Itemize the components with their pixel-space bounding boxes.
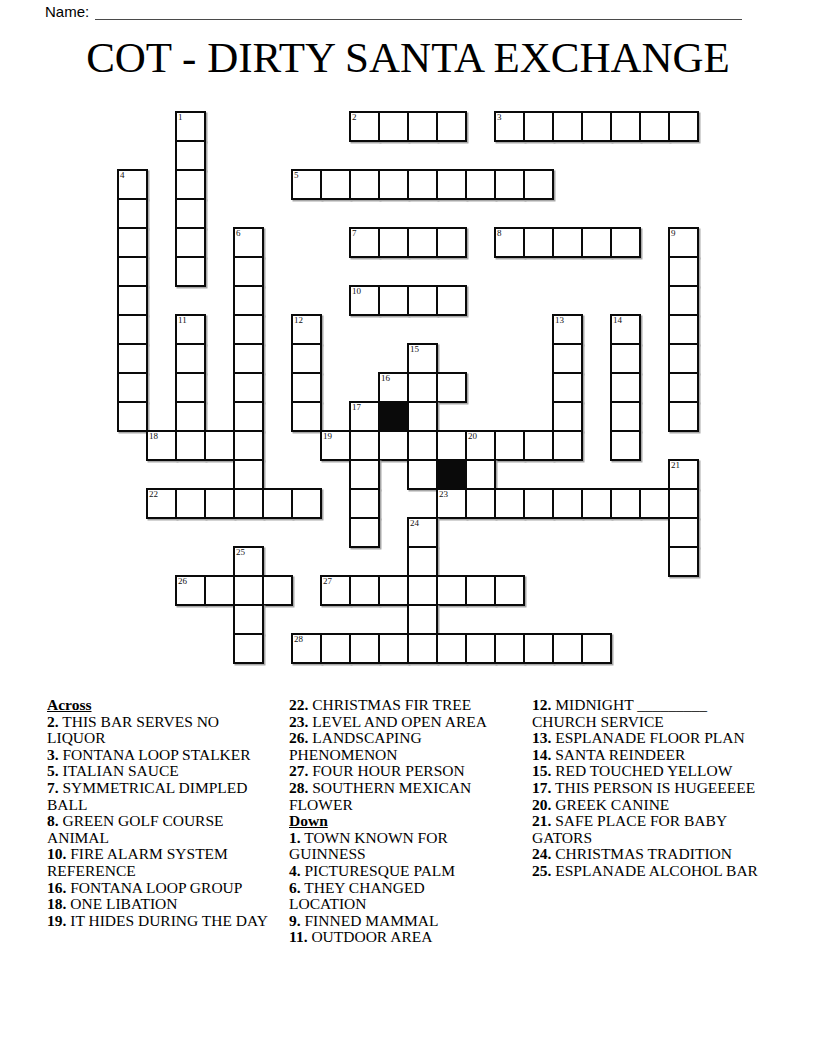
across-clue-10: 10. FIRE ALARM SYSTEM REFERENCE xyxy=(47,846,278,879)
grid-cell[interactable] xyxy=(349,575,380,606)
grid-cell[interactable] xyxy=(117,314,148,345)
grid-cell[interactable] xyxy=(494,169,525,200)
grid-cell[interactable]: 17 xyxy=(349,401,380,432)
grid-cell[interactable] xyxy=(233,488,264,519)
grid-cell[interactable]: 25 xyxy=(233,546,264,577)
grid-cell[interactable]: 11 xyxy=(175,314,206,345)
clue-number: 3 xyxy=(497,112,502,122)
name-row: Name: xyxy=(45,3,742,20)
grid-cell[interactable]: 7 xyxy=(349,227,380,258)
grid-cell[interactable] xyxy=(204,430,235,461)
grid-cell[interactable]: 5 xyxy=(291,169,322,200)
down-clue-21: 21. SAFE PLACE FOR BABY GATORS xyxy=(532,813,770,846)
grid-cell[interactable] xyxy=(668,111,699,142)
clue-number-label: 19. xyxy=(47,912,66,929)
clue-number: 10 xyxy=(352,286,361,296)
across-clue-22: 22. CHRISTMAS FIR TREE xyxy=(289,697,502,714)
grid-cell[interactable] xyxy=(175,372,206,403)
clue-number-label: 9. xyxy=(289,912,301,929)
grid-cell[interactable] xyxy=(668,517,699,548)
grid-cell[interactable] xyxy=(552,633,583,664)
grid-cell[interactable]: 20 xyxy=(465,430,496,461)
grid-cell[interactable] xyxy=(233,575,264,606)
grid-cell[interactable] xyxy=(494,430,525,461)
grid-cell[interactable] xyxy=(668,256,699,287)
clue-number: 23 xyxy=(439,489,448,499)
grid-cell[interactable] xyxy=(233,372,264,403)
grid-cell[interactable] xyxy=(465,633,496,664)
across-clue-27: 27. FOUR HOUR PERSON xyxy=(289,763,502,780)
across-heading: Across xyxy=(47,697,278,714)
grid-cell[interactable] xyxy=(552,343,583,374)
clue-number-label: 4. xyxy=(289,862,301,879)
grid-cell[interactable] xyxy=(436,227,467,258)
clue-number-label: 28. xyxy=(289,779,308,796)
grid-cell[interactable]: 6 xyxy=(233,227,264,258)
grid-cell[interactable]: 4 xyxy=(117,169,148,200)
grid-cell[interactable] xyxy=(378,227,409,258)
grid-cell[interactable]: 27 xyxy=(320,575,351,606)
grid-cell[interactable] xyxy=(117,285,148,316)
grid-cell[interactable] xyxy=(233,633,264,664)
grid-cell[interactable] xyxy=(233,343,264,374)
grid-cell[interactable] xyxy=(668,343,699,374)
grid-cell[interactable] xyxy=(436,633,467,664)
grid-cell[interactable] xyxy=(117,198,148,229)
grid-cell[interactable] xyxy=(233,285,264,316)
name-label: Name: xyxy=(45,3,89,20)
grid-cell[interactable] xyxy=(552,372,583,403)
grid-cell[interactable] xyxy=(523,227,554,258)
grid-cell[interactable] xyxy=(175,256,206,287)
across-clue-3: 3. FONTANA LOOP STALKER xyxy=(47,747,278,764)
clue-number: 4 xyxy=(120,170,125,180)
across-clue-18: 18. ONE LIBATION xyxy=(47,896,278,913)
clue-number-label: 26. xyxy=(289,729,308,746)
grid-cell[interactable] xyxy=(175,401,206,432)
clue-number-label: 6. xyxy=(289,879,301,896)
grid-cell[interactable] xyxy=(610,111,641,142)
clue-number: 13 xyxy=(555,315,564,325)
grid-cell[interactable] xyxy=(668,372,699,403)
clue-number-label: 14. xyxy=(532,746,551,763)
grid-cell[interactable] xyxy=(494,633,525,664)
grid-cell[interactable] xyxy=(610,343,641,374)
clue-number: 11 xyxy=(178,315,187,325)
down-clue-20: 20. GREEK CANINE xyxy=(532,797,770,814)
grid-cell[interactable] xyxy=(117,227,148,258)
grid-cell[interactable] xyxy=(668,488,699,519)
grid-cell[interactable] xyxy=(523,169,554,200)
grid-cell[interactable] xyxy=(349,459,380,490)
grid-cell[interactable] xyxy=(233,314,264,345)
grid-cell[interactable] xyxy=(378,633,409,664)
grid-cell[interactable] xyxy=(436,111,467,142)
clue-number: 19 xyxy=(323,431,332,441)
grid-cell[interactable] xyxy=(378,111,409,142)
across-clue-5: 5. ITALIAN SAUCE xyxy=(47,763,278,780)
grid-cell[interactable] xyxy=(407,633,438,664)
down-clue-17: 17. THIS PERSON IS HUGEEEEE xyxy=(532,780,770,797)
grid-cell[interactable] xyxy=(610,401,641,432)
grid-cell[interactable] xyxy=(204,488,235,519)
grid-cell[interactable] xyxy=(407,575,438,606)
grid-cell[interactable] xyxy=(407,111,438,142)
grid-cell[interactable] xyxy=(552,430,583,461)
grid-cell[interactable] xyxy=(465,575,496,606)
grid-cell[interactable] xyxy=(291,401,322,432)
grid-cell[interactable] xyxy=(581,488,612,519)
across-clue-19: 19. IT HIDES DURING THE DAY xyxy=(47,913,278,930)
grid-cell[interactable] xyxy=(465,459,496,490)
grid-cell[interactable] xyxy=(349,169,380,200)
across-clue-26: 26. LANDSCAPING PHENOMENON xyxy=(289,730,502,763)
grid-cell[interactable] xyxy=(204,575,235,606)
grid-cell[interactable] xyxy=(610,488,641,519)
grid-cell[interactable] xyxy=(262,575,293,606)
clue-number: 22 xyxy=(149,489,158,499)
clue-number: 17 xyxy=(352,402,361,412)
grid-cell[interactable] xyxy=(291,488,322,519)
grid-cell[interactable]: 10 xyxy=(349,285,380,316)
down-clue-14: 14. SANTA REINDEER xyxy=(532,747,770,764)
grid-cell[interactable] xyxy=(349,488,380,519)
down-clue-25: 25. ESPLANADE ALCOHOL BAR xyxy=(532,863,770,880)
grid-cell[interactable]: 14 xyxy=(610,314,641,345)
grid-cell[interactable] xyxy=(175,198,206,229)
grid-cell[interactable] xyxy=(349,633,380,664)
clue-number-label: 21. xyxy=(532,812,551,829)
grid-cell[interactable] xyxy=(233,401,264,432)
grid-cell[interactable] xyxy=(175,488,206,519)
grid-cell[interactable] xyxy=(407,372,438,403)
down-clue-1: 1. TOWN KNOWN FOR GUINNESS xyxy=(289,830,502,863)
grid-cell[interactable]: 23 xyxy=(436,488,467,519)
across-clue-16: 16. FONTANA LOOP GROUP xyxy=(47,880,278,897)
grid-cell[interactable] xyxy=(407,401,438,432)
clue-number-label: 11. xyxy=(289,928,308,945)
down-clue-15: 15. RED TOUCHED YELLOW xyxy=(532,763,770,780)
clue-number-label: 3. xyxy=(47,746,59,763)
grid-cell[interactable] xyxy=(233,604,264,635)
clue-number: 6 xyxy=(236,228,241,238)
grid-cell[interactable]: 8 xyxy=(494,227,525,258)
grid-cell[interactable] xyxy=(668,401,699,432)
grid-cell[interactable] xyxy=(291,343,322,374)
grid-cell[interactable] xyxy=(407,546,438,577)
grid-cell[interactable] xyxy=(262,488,293,519)
clue-number-label: 23. xyxy=(289,713,308,730)
grid-cell[interactable]: 3 xyxy=(494,111,525,142)
down-clue-9: 9. FINNED MAMMAL xyxy=(289,913,502,930)
grid-cell[interactable] xyxy=(668,285,699,316)
grid-cell[interactable] xyxy=(639,488,670,519)
grid-cell[interactable] xyxy=(523,111,554,142)
down-clue-4: 4. PICTURESQUE PALM xyxy=(289,863,502,880)
grid-cell[interactable] xyxy=(610,227,641,258)
down-clue-24: 24. CHRISTMAS TRADITION xyxy=(532,846,770,863)
clue-number: 24 xyxy=(410,518,419,528)
grid-cell[interactable] xyxy=(407,459,438,490)
grid-cell[interactable] xyxy=(407,169,438,200)
across-clue-23: 23. LEVEL AND OPEN AREA xyxy=(289,714,502,731)
grid-cell[interactable] xyxy=(320,169,351,200)
clue-number: 28 xyxy=(294,634,303,644)
clue-number: 14 xyxy=(613,315,622,325)
grid-cell[interactable]: 22 xyxy=(146,488,177,519)
grid-cell[interactable] xyxy=(465,169,496,200)
across-clue-8: 8. GREEN GOLF COURSE ANIMAL xyxy=(47,813,278,846)
grid-cell[interactable] xyxy=(436,285,467,316)
clue-number-label: 12. xyxy=(532,696,551,713)
clue-number-label: 16. xyxy=(47,879,66,896)
clue-number-label: 8. xyxy=(47,812,59,829)
grid-cell[interactable]: 13 xyxy=(552,314,583,345)
clue-number: 18 xyxy=(149,431,158,441)
grid-cell[interactable] xyxy=(465,488,496,519)
grid-cell[interactable] xyxy=(523,488,554,519)
grid-cell[interactable] xyxy=(436,372,467,403)
grid-cell[interactable] xyxy=(523,430,554,461)
grid-cell[interactable]: 18 xyxy=(146,430,177,461)
clue-column-2: 22. CHRISTMAS FIR TREE23. LEVEL AND OPEN… xyxy=(289,697,502,946)
clue-column-1: Across2. THIS BAR SERVES NO LIQUOR3. FON… xyxy=(47,697,278,929)
grid-cell[interactable] xyxy=(233,430,264,461)
clue-number-label: 10. xyxy=(47,845,66,862)
down-clue-11: 11. OUTDOOR AREA xyxy=(289,929,502,946)
clue-number-label: 18. xyxy=(47,895,66,912)
grid-cell[interactable]: 1 xyxy=(175,111,206,142)
grid-cell[interactable]: 21 xyxy=(668,459,699,490)
grid-cell[interactable] xyxy=(610,372,641,403)
grid-cell[interactable] xyxy=(407,227,438,258)
grid-cell[interactable] xyxy=(175,227,206,258)
grid-cell[interactable] xyxy=(349,430,380,461)
clue-column-3: 12. MIDNIGHT _________ CHURCH SERVICE13.… xyxy=(532,697,770,880)
grid-cell[interactable] xyxy=(668,314,699,345)
black-cell xyxy=(378,401,409,432)
clue-number-label: 22. xyxy=(289,696,308,713)
grid-cell[interactable] xyxy=(175,343,206,374)
clue-number: 25 xyxy=(236,547,245,557)
grid-cell[interactable] xyxy=(175,430,206,461)
down-heading: Down xyxy=(289,813,502,830)
grid-cell[interactable] xyxy=(581,111,612,142)
clue-number: 12 xyxy=(294,315,303,325)
grid-cell[interactable]: 15 xyxy=(407,343,438,374)
grid-cell[interactable] xyxy=(552,488,583,519)
name-input-line[interactable] xyxy=(95,3,742,20)
grid-cell[interactable] xyxy=(610,430,641,461)
worksheet-page: Name: COT - DIRTY SANTA EXCHANGE 1234567… xyxy=(0,0,816,1056)
clue-number-label: 15. xyxy=(532,762,551,779)
down-clue-13: 13. ESPLANADE FLOOR PLAN xyxy=(532,730,770,747)
grid-cell[interactable] xyxy=(494,575,525,606)
clue-number: 9 xyxy=(671,228,676,238)
grid-cell[interactable] xyxy=(407,285,438,316)
clue-number-label: 24. xyxy=(532,845,551,862)
grid-cell[interactable] xyxy=(378,575,409,606)
grid-cell[interactable] xyxy=(639,111,670,142)
down-clue-6: 6. THEY CHANGED LOCATION xyxy=(289,880,502,913)
grid-cell[interactable] xyxy=(175,140,206,171)
clue-number-label: 17. xyxy=(532,779,551,796)
clue-number: 26 xyxy=(178,576,187,586)
clue-number-label: 20. xyxy=(532,796,551,813)
clue-number-label: 13. xyxy=(532,729,551,746)
grid-cell[interactable]: 26 xyxy=(175,575,206,606)
grid-cell[interactable] xyxy=(494,488,525,519)
grid-cell[interactable] xyxy=(668,546,699,577)
down-clue-12: 12. MIDNIGHT _________ CHURCH SERVICE xyxy=(532,697,770,730)
clue-number: 2 xyxy=(352,112,357,122)
clue-number: 20 xyxy=(468,431,477,441)
grid-cell[interactable] xyxy=(233,459,264,490)
grid-cell[interactable] xyxy=(436,575,467,606)
clue-number: 5 xyxy=(294,170,299,180)
grid-cell[interactable] xyxy=(552,227,583,258)
grid-cell[interactable] xyxy=(117,401,148,432)
grid-cell[interactable] xyxy=(407,430,438,461)
grid-cell[interactable] xyxy=(552,401,583,432)
grid-cell[interactable] xyxy=(291,372,322,403)
clue-number: 27 xyxy=(323,576,332,586)
grid-cell[interactable] xyxy=(378,430,409,461)
clue-number-label: 25. xyxy=(532,862,551,879)
grid-cell[interactable]: 24 xyxy=(407,517,438,548)
clue-number: 16 xyxy=(381,373,390,383)
clue-number-label: 5. xyxy=(47,762,59,779)
grid-cell[interactable] xyxy=(117,372,148,403)
grid-cell[interactable] xyxy=(436,169,467,200)
grid-cell[interactable]: 16 xyxy=(378,372,409,403)
clue-number: 7 xyxy=(352,228,357,238)
across-clue-2: 2. THIS BAR SERVES NO LIQUOR xyxy=(47,714,278,747)
clue-number: 1 xyxy=(178,112,183,122)
clue-number-label: 27. xyxy=(289,762,308,779)
grid-cell[interactable] xyxy=(407,604,438,635)
grid-cell[interactable] xyxy=(233,256,264,287)
grid-cell[interactable] xyxy=(175,169,206,200)
grid-cell[interactable] xyxy=(320,633,351,664)
grid-cell[interactable] xyxy=(581,227,612,258)
grid-cell[interactable]: 9 xyxy=(668,227,699,258)
across-clue-7: 7. SYMMETRICAL DIMPLED BALL xyxy=(47,780,278,813)
grid-cell[interactable]: 2 xyxy=(349,111,380,142)
grid-cell[interactable]: 19 xyxy=(320,430,351,461)
grid-cell[interactable]: 28 xyxy=(291,633,322,664)
grid-cell[interactable] xyxy=(436,430,467,461)
black-cell xyxy=(436,459,467,490)
grid-cell[interactable] xyxy=(378,285,409,316)
grid-cell[interactable]: 12 xyxy=(291,314,322,345)
clue-number-label: 7. xyxy=(47,779,59,796)
clue-number-label: 2. xyxy=(47,713,59,730)
grid-cell[interactable] xyxy=(581,633,612,664)
crossword-grid: 1234567891011121314151617181920212223242… xyxy=(117,111,699,664)
grid-cell[interactable] xyxy=(117,256,148,287)
across-clue-28: 28. SOUTHERN MEXICAN FLOWER xyxy=(289,780,502,813)
grid-cell[interactable] xyxy=(349,517,380,548)
clue-number: 21 xyxy=(671,460,680,470)
grid-cell[interactable] xyxy=(552,111,583,142)
grid-cell[interactable] xyxy=(523,633,554,664)
grid-cell[interactable] xyxy=(378,169,409,200)
clue-number: 8 xyxy=(497,228,502,238)
clue-number: 15 xyxy=(410,344,419,354)
puzzle-title: COT - DIRTY SANTA EXCHANGE xyxy=(0,34,816,82)
clue-number-label: 1. xyxy=(289,829,301,846)
grid-cell[interactable] xyxy=(117,343,148,374)
